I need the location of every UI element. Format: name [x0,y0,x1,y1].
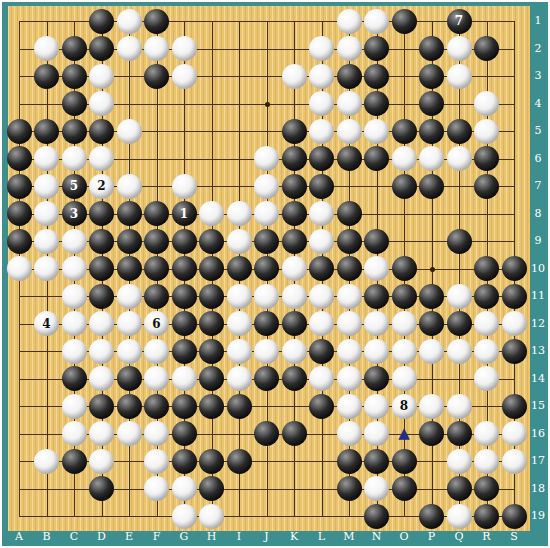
white-stone[interactable] [144,421,169,446]
black-stone[interactable] [337,449,362,474]
row-label: 14 [529,372,547,385]
move-number-label: 1 [180,208,188,220]
black-stone[interactable] [89,119,114,144]
white-stone[interactable] [62,311,87,336]
black-stone[interactable] [117,229,142,254]
white-stone[interactable] [199,201,224,226]
column-label: B [37,530,57,543]
column-label: E [119,530,139,543]
black-stone[interactable] [7,201,32,226]
black-stone[interactable] [89,201,114,226]
white-stone[interactable] [172,366,197,391]
black-stone[interactable] [199,284,224,309]
white-stone[interactable] [447,504,472,529]
white-stone[interactable] [447,394,472,419]
black-stone[interactable] [392,9,417,34]
triangle-mark: ▲ [392,421,417,446]
row-label: 9 [529,234,547,247]
column-label: I [229,530,249,543]
column-label: D [92,530,112,543]
black-stone[interactable] [227,394,252,419]
black-stone[interactable] [474,36,499,61]
star-point [430,267,435,272]
white-stone[interactable] [364,311,389,336]
white-stone[interactable] [282,256,307,281]
white-stone[interactable] [227,311,252,336]
black-stone[interactable] [364,146,389,171]
column-label: J [257,530,277,543]
column-label: R [477,530,497,543]
black-stone[interactable] [172,284,197,309]
white-stone[interactable] [419,339,444,364]
black-stone[interactable] [7,174,32,199]
black-stone[interactable] [364,91,389,116]
black-stone[interactable] [144,64,169,89]
white-stone[interactable] [337,36,362,61]
white-stone[interactable] [309,91,334,116]
white-stone[interactable] [337,284,362,309]
row-label: 17 [529,454,547,467]
black-stone[interactable]: 7 [447,9,472,34]
black-stone[interactable] [474,174,499,199]
black-stone[interactable] [89,229,114,254]
white-stone[interactable] [89,146,114,171]
black-stone[interactable] [419,504,444,529]
white-stone[interactable] [117,339,142,364]
black-stone[interactable] [474,146,499,171]
row-label: 16 [529,427,547,440]
white-stone[interactable] [447,284,472,309]
white-stone[interactable] [447,449,472,474]
white-stone[interactable] [337,9,362,34]
black-stone[interactable] [89,284,114,309]
white-stone[interactable] [502,311,527,336]
white-stone[interactable]: 4 [34,311,59,336]
black-stone[interactable] [282,146,307,171]
white-stone[interactable] [474,421,499,446]
row-label: 5 [529,124,547,137]
white-stone[interactable] [337,91,362,116]
column-label: N [367,530,387,543]
black-stone[interactable] [364,284,389,309]
black-stone[interactable] [7,146,32,171]
black-stone[interactable] [474,476,499,501]
black-stone[interactable] [474,504,499,529]
white-stone[interactable] [392,311,417,336]
white-stone[interactable] [309,64,334,89]
black-stone[interactable] [144,256,169,281]
black-stone[interactable] [419,311,444,336]
black-stone[interactable] [144,9,169,34]
black-stone[interactable] [282,311,307,336]
white-stone[interactable] [34,449,59,474]
move-number-label: 3 [70,208,78,220]
black-stone[interactable] [62,119,87,144]
black-stone[interactable] [419,36,444,61]
white-stone[interactable] [89,421,114,446]
black-stone[interactable] [7,229,32,254]
white-stone[interactable] [62,229,87,254]
white-stone[interactable] [309,284,334,309]
black-stone[interactable] [282,229,307,254]
move-number-label: 5 [70,180,78,192]
white-stone[interactable] [254,201,279,226]
white-stone[interactable] [144,476,169,501]
white-stone[interactable] [34,174,59,199]
black-stone[interactable] [364,64,389,89]
white-stone[interactable] [337,119,362,144]
black-stone[interactable] [337,476,362,501]
black-stone[interactable] [227,256,252,281]
black-stone[interactable] [392,256,417,281]
white-stone[interactable] [309,229,334,254]
white-stone[interactable] [392,339,417,364]
black-stone[interactable] [309,256,334,281]
go-app-window: 75231468▲ ABCDEFGHIJKLMNOPQRS 1234567891… [0,0,550,548]
black-stone[interactable] [337,64,362,89]
black-stone[interactable] [282,174,307,199]
black-stone[interactable] [199,229,224,254]
black-stone[interactable] [502,284,527,309]
white-stone[interactable] [474,91,499,116]
white-stone[interactable] [282,284,307,309]
black-stone[interactable] [89,9,114,34]
column-label: S [504,530,524,543]
white-stone[interactable] [62,421,87,446]
white-stone[interactable] [447,146,472,171]
white-stone[interactable] [364,476,389,501]
move-number-label: 8 [400,400,408,412]
column-label: G [174,530,194,543]
row-label: 3 [529,69,547,82]
white-stone[interactable] [337,339,362,364]
white-stone[interactable] [364,421,389,446]
black-stone[interactable] [144,229,169,254]
white-stone[interactable]: 6 [144,311,169,336]
row-label: 13 [529,344,547,357]
white-stone[interactable] [364,256,389,281]
white-stone[interactable] [199,504,224,529]
white-stone[interactable] [254,146,279,171]
white-stone[interactable] [89,64,114,89]
black-stone[interactable] [502,504,527,529]
black-stone[interactable] [117,256,142,281]
black-stone[interactable] [309,146,334,171]
white-stone[interactable] [337,421,362,446]
black-stone[interactable] [474,256,499,281]
white-stone[interactable] [309,311,334,336]
white-stone[interactable] [62,394,87,419]
black-stone[interactable] [62,64,87,89]
move-number-label: 7 [455,15,463,27]
black-stone[interactable] [117,394,142,419]
white-stone[interactable] [254,339,279,364]
white-stone[interactable] [474,449,499,474]
white-stone[interactable] [282,64,307,89]
column-label: M [339,530,359,543]
black-stone[interactable] [199,366,224,391]
white-stone[interactable] [419,146,444,171]
star-point [265,102,270,107]
black-stone[interactable] [364,229,389,254]
white-stone[interactable] [117,311,142,336]
white-stone[interactable] [144,449,169,474]
black-stone[interactable] [502,339,527,364]
white-stone[interactable] [364,339,389,364]
white-stone[interactable] [227,366,252,391]
black-stone[interactable] [172,339,197,364]
black-stone[interactable] [89,36,114,61]
black-stone[interactable] [199,339,224,364]
white-stone[interactable] [364,394,389,419]
black-stone[interactable] [254,229,279,254]
row-label: 8 [529,207,547,220]
white-stone[interactable] [309,36,334,61]
white-stone[interactable] [172,36,197,61]
black-stone[interactable] [172,311,197,336]
white-stone[interactable] [282,339,307,364]
black-stone[interactable] [199,311,224,336]
black-stone[interactable] [62,449,87,474]
black-stone[interactable] [447,421,472,446]
black-stone[interactable] [474,284,499,309]
row-label: 10 [529,262,547,275]
white-stone[interactable] [172,64,197,89]
white-stone[interactable] [309,366,334,391]
white-stone[interactable] [62,284,87,309]
black-stone[interactable] [309,174,334,199]
white-stone[interactable] [254,174,279,199]
white-stone[interactable] [144,339,169,364]
white-stone[interactable] [337,311,362,336]
black-stone[interactable] [227,449,252,474]
black-stone[interactable] [62,36,87,61]
white-stone[interactable] [89,311,114,336]
black-stone[interactable] [309,339,334,364]
black-stone[interactable] [337,229,362,254]
white-stone[interactable] [34,146,59,171]
black-stone[interactable] [199,476,224,501]
row-label: 12 [529,317,547,330]
black-stone[interactable] [172,394,197,419]
white-stone[interactable] [227,339,252,364]
black-stone[interactable] [447,476,472,501]
black-stone[interactable] [7,119,32,144]
black-stone[interactable] [89,394,114,419]
black-stone[interactable] [117,201,142,226]
black-stone[interactable] [419,91,444,116]
white-stone[interactable] [34,256,59,281]
column-label: L [312,530,332,543]
black-stone[interactable] [172,449,197,474]
white-stone[interactable] [474,366,499,391]
white-stone[interactable] [447,339,472,364]
white-stone[interactable] [172,174,197,199]
black-stone[interactable] [172,256,197,281]
white-stone[interactable] [364,9,389,34]
column-label: O [394,530,414,543]
white-stone[interactable] [34,229,59,254]
white-stone[interactable] [117,421,142,446]
white-stone[interactable] [474,339,499,364]
black-stone[interactable] [502,256,527,281]
white-stone[interactable] [254,284,279,309]
white-stone[interactable] [117,9,142,34]
white-stone[interactable] [227,229,252,254]
white-stone[interactable] [144,36,169,61]
white-stone[interactable] [227,284,252,309]
white-stone[interactable] [7,256,32,281]
black-stone[interactable] [419,421,444,446]
black-stone[interactable] [282,366,307,391]
white-stone[interactable] [474,311,499,336]
black-stone[interactable] [254,366,279,391]
white-stone[interactable] [447,64,472,89]
white-stone[interactable] [89,449,114,474]
white-stone[interactable] [117,174,142,199]
black-stone[interactable] [172,229,197,254]
black-stone[interactable] [62,366,87,391]
board-frame: 75231468▲ ABCDEFGHIJKLMNOPQRS 1234567891… [2,2,548,546]
white-stone[interactable] [447,36,472,61]
black-stone[interactable] [392,174,417,199]
column-label: K [284,530,304,543]
black-stone[interactable] [34,64,59,89]
move-number-label: 6 [152,318,160,330]
black-stone[interactable] [419,64,444,89]
white-stone[interactable]: 8 [392,394,417,419]
white-stone[interactable] [34,201,59,226]
white-stone[interactable] [364,119,389,144]
white-stone[interactable] [172,476,197,501]
black-stone[interactable] [337,146,362,171]
move-number-label: 2 [97,180,105,192]
white-stone[interactable] [89,339,114,364]
white-stone[interactable] [419,394,444,419]
column-label: C [64,530,84,543]
white-stone[interactable] [392,146,417,171]
black-stone[interactable] [392,284,417,309]
white-stone[interactable] [474,119,499,144]
black-stone[interactable] [419,284,444,309]
black-stone[interactable] [62,91,87,116]
black-stone[interactable] [337,201,362,226]
black-stone[interactable] [254,256,279,281]
white-stone[interactable] [309,201,334,226]
white-stone[interactable] [62,339,87,364]
white-stone[interactable] [144,366,169,391]
white-stone[interactable] [34,36,59,61]
black-stone[interactable] [419,119,444,144]
black-stone[interactable] [89,256,114,281]
row-label: 11 [529,289,547,302]
black-stone[interactable] [117,366,142,391]
black-stone[interactable]: 5 [62,174,87,199]
black-stone[interactable] [34,119,59,144]
white-stone[interactable] [337,394,362,419]
black-stone[interactable] [364,36,389,61]
black-stone[interactable] [254,311,279,336]
black-stone[interactable] [392,476,417,501]
black-stone[interactable] [364,449,389,474]
column-label: H [202,530,222,543]
black-stone[interactable]: 3 [62,201,87,226]
white-stone[interactable] [117,119,142,144]
white-stone[interactable] [117,36,142,61]
white-stone[interactable] [502,421,527,446]
column-label: P [422,530,442,543]
black-stone[interactable] [309,394,334,419]
white-stone[interactable] [227,201,252,226]
black-stone[interactable] [447,119,472,144]
grid: 75231468▲ [19,21,514,516]
row-label: 15 [529,399,547,412]
white-stone[interactable] [172,504,197,529]
row-label: 6 [529,152,547,165]
black-stone[interactable] [199,394,224,419]
black-stone[interactable] [392,449,417,474]
white-stone[interactable] [309,119,334,144]
row-label: 4 [529,97,547,110]
white-stone[interactable] [62,256,87,281]
black-stone[interactable] [502,394,527,419]
column-label: A [9,530,29,543]
black-stone[interactable] [282,421,307,446]
white-stone[interactable] [89,366,114,391]
black-stone[interactable] [172,421,197,446]
white-stone[interactable] [89,91,114,116]
row-label: 2 [529,42,547,55]
white-stone[interactable] [117,284,142,309]
black-stone[interactable] [144,201,169,226]
row-label: 7 [529,179,547,192]
white-stone[interactable] [392,366,417,391]
black-stone[interactable] [419,174,444,199]
black-stone[interactable] [254,421,279,446]
move-number-label: 4 [42,318,50,330]
white-stone[interactable] [502,449,527,474]
white-stone[interactable] [62,146,87,171]
column-label: Q [449,530,469,543]
black-stone[interactable] [199,449,224,474]
black-stone[interactable] [364,504,389,529]
white-stone[interactable]: 2 [89,174,114,199]
black-stone[interactable] [447,229,472,254]
row-label: 19 [529,509,547,522]
black-stone[interactable] [144,394,169,419]
black-stone[interactable] [144,284,169,309]
black-stone[interactable] [282,119,307,144]
black-stone[interactable] [89,476,114,501]
black-stone[interactable] [337,256,362,281]
black-stone[interactable] [199,256,224,281]
white-stone[interactable] [337,366,362,391]
black-stone[interactable] [364,366,389,391]
column-label: F [147,530,167,543]
row-label: 1 [529,14,547,27]
black-stone[interactable] [282,201,307,226]
black-stone[interactable] [447,311,472,336]
go-board[interactable]: 75231468▲ [8,6,530,531]
black-stone[interactable]: 1 [172,201,197,226]
black-stone[interactable] [392,119,417,144]
row-label: 18 [529,482,547,495]
